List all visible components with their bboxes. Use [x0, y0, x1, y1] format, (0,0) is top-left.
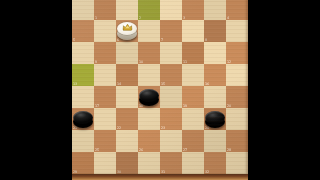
light-square	[116, 0, 138, 20]
light-square	[182, 64, 204, 86]
light-square	[226, 152, 248, 174]
light-square	[204, 86, 226, 108]
checkers-board: 1234567891011121314151617181920212223242…	[72, 0, 248, 174]
square-13[interactable]: 13	[72, 64, 94, 86]
square-31[interactable]: 31	[160, 152, 182, 174]
light-square	[226, 64, 248, 86]
square-20[interactable]: 20	[226, 86, 248, 108]
square-23[interactable]: 23	[160, 108, 182, 130]
square-24[interactable]: 24	[204, 108, 226, 130]
square-11[interactable]: 11	[182, 42, 204, 64]
light-square	[160, 42, 182, 64]
black-man-piece[interactable]	[139, 89, 159, 106]
square-12[interactable]: 12	[226, 42, 248, 64]
square-30[interactable]: 30	[116, 152, 138, 174]
crown-icon	[122, 23, 133, 31]
black-man-piece[interactable]	[205, 111, 225, 128]
light-square	[116, 42, 138, 64]
piece-top	[73, 111, 93, 124]
square-15[interactable]: 15	[160, 64, 182, 86]
light-square	[138, 64, 160, 86]
square-1[interactable]: 1	[94, 0, 116, 20]
light-square	[94, 20, 116, 42]
square-25[interactable]: 25	[94, 130, 116, 152]
board-bottom-edge	[72, 174, 248, 180]
light-square	[94, 108, 116, 130]
white-king-piece[interactable]	[117, 22, 137, 40]
light-square	[138, 20, 160, 42]
square-3[interactable]: 3	[182, 0, 204, 20]
video-frame: 1234567891011121314151617181920212223242…	[0, 0, 320, 180]
light-square	[204, 42, 226, 64]
light-square	[204, 130, 226, 152]
square-9[interactable]: 9	[94, 42, 116, 64]
square-19[interactable]: 19	[182, 86, 204, 108]
light-square	[94, 152, 116, 174]
light-square	[160, 86, 182, 108]
piece-top	[205, 111, 225, 124]
light-square	[182, 20, 204, 42]
square-27[interactable]: 27	[182, 130, 204, 152]
letterbox-right	[248, 0, 320, 180]
light-square	[226, 108, 248, 130]
black-man-piece[interactable]	[73, 111, 93, 128]
light-square	[72, 42, 94, 64]
square-18[interactable]: 18	[138, 86, 160, 108]
square-4[interactable]: 4	[226, 0, 248, 20]
square-5[interactable]: 5	[72, 20, 94, 42]
square-10[interactable]: 10	[138, 42, 160, 64]
light-square	[72, 86, 94, 108]
light-square	[226, 20, 248, 42]
light-square	[182, 152, 204, 174]
square-29[interactable]: 29	[72, 152, 94, 174]
light-square	[138, 152, 160, 174]
square-7[interactable]: 7	[160, 20, 182, 42]
square-28[interactable]: 28	[226, 130, 248, 152]
square-2[interactable]: 2	[138, 0, 160, 20]
square-26[interactable]: 26	[138, 130, 160, 152]
square-17[interactable]: 17	[94, 86, 116, 108]
square-6[interactable]: 6	[116, 20, 138, 42]
square-14[interactable]: 14	[116, 64, 138, 86]
light-square	[94, 64, 116, 86]
light-square	[204, 0, 226, 20]
light-square	[116, 130, 138, 152]
light-square	[72, 0, 94, 20]
square-16[interactable]: 16	[204, 64, 226, 86]
square-22[interactable]: 22	[116, 108, 138, 130]
light-square	[72, 130, 94, 152]
square-21[interactable]: 21	[72, 108, 94, 130]
board-area: 1234567891011121314151617181920212223242…	[72, 0, 248, 180]
light-square	[160, 130, 182, 152]
square-8[interactable]: 8	[204, 20, 226, 42]
light-square	[182, 108, 204, 130]
light-square	[160, 0, 182, 20]
square-32[interactable]: 32	[204, 152, 226, 174]
light-square	[138, 108, 160, 130]
letterbox-left	[0, 0, 72, 180]
light-square	[116, 86, 138, 108]
piece-top	[139, 89, 159, 102]
